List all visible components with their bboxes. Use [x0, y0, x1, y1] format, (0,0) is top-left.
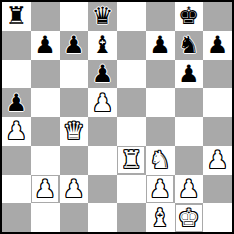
square-c5[interactable] — [60, 88, 89, 117]
square-g3[interactable] — [175, 146, 204, 175]
square-d3[interactable] — [88, 146, 117, 175]
black-pawn: ♟ — [205, 32, 231, 58]
black-rook: ♜ — [3, 3, 29, 29]
square-b2[interactable]: ♟ — [31, 175, 60, 204]
white-knight: ♞ — [147, 147, 173, 173]
square-c6[interactable] — [60, 60, 89, 89]
chess-board: ♜♛♚♟♟♝♟♞♟♟♟♟♟♟♛♜♞♟♟♟♟♟♝♚ — [2, 2, 232, 232]
square-c2[interactable]: ♟ — [60, 175, 89, 204]
white-rook: ♜ — [118, 147, 144, 173]
square-c3[interactable] — [60, 146, 89, 175]
square-f1[interactable]: ♝ — [146, 203, 175, 232]
black-pawn: ♟ — [3, 90, 29, 116]
white-pawn: ♟ — [90, 90, 116, 116]
white-pawn: ♟ — [61, 176, 87, 202]
square-e8[interactable] — [117, 2, 146, 31]
black-pawn: ♟ — [61, 32, 87, 58]
square-e4[interactable] — [117, 117, 146, 146]
white-pawn: ♟ — [176, 176, 202, 202]
square-e7[interactable] — [117, 31, 146, 60]
black-pawn: ♟ — [147, 32, 173, 58]
white-pawn: ♟ — [147, 176, 173, 202]
square-f6[interactable] — [146, 60, 175, 89]
square-e3[interactable]: ♜ — [117, 146, 146, 175]
black-knight: ♞ — [176, 32, 202, 58]
square-b8[interactable] — [31, 2, 60, 31]
square-a8[interactable]: ♜ — [2, 2, 31, 31]
square-g8[interactable]: ♚ — [175, 2, 204, 31]
square-d1[interactable] — [88, 203, 117, 232]
square-d5[interactable]: ♟ — [88, 88, 117, 117]
square-f4[interactable] — [146, 117, 175, 146]
white-king: ♚ — [176, 205, 202, 231]
square-h4[interactable] — [203, 117, 232, 146]
square-e5[interactable] — [117, 88, 146, 117]
square-a6[interactable] — [2, 60, 31, 89]
white-pawn: ♟ — [32, 176, 58, 202]
square-b5[interactable] — [31, 88, 60, 117]
square-e1[interactable] — [117, 203, 146, 232]
square-f3[interactable]: ♞ — [146, 146, 175, 175]
square-f8[interactable] — [146, 2, 175, 31]
square-h6[interactable] — [203, 60, 232, 89]
square-h5[interactable] — [203, 88, 232, 117]
square-g7[interactable]: ♞ — [175, 31, 204, 60]
white-pawn: ♟ — [3, 118, 29, 144]
square-e6[interactable] — [117, 60, 146, 89]
square-d4[interactable] — [88, 117, 117, 146]
black-pawn: ♟ — [32, 32, 58, 58]
square-d8[interactable]: ♛ — [88, 2, 117, 31]
square-h2[interactable] — [203, 175, 232, 204]
square-a2[interactable] — [2, 175, 31, 204]
white-pawn: ♟ — [205, 147, 231, 173]
square-b4[interactable] — [31, 117, 60, 146]
square-g1[interactable]: ♚ — [175, 203, 204, 232]
square-c4[interactable]: ♛ — [60, 117, 89, 146]
square-c1[interactable] — [60, 203, 89, 232]
board-frame: ♜♛♚♟♟♝♟♞♟♟♟♟♟♟♛♜♞♟♟♟♟♟♝♚ — [0, 0, 234, 234]
black-pawn: ♟ — [90, 61, 116, 87]
square-g2[interactable]: ♟ — [175, 175, 204, 204]
square-g5[interactable] — [175, 88, 204, 117]
square-d6[interactable]: ♟ — [88, 60, 117, 89]
white-queen: ♛ — [61, 118, 87, 144]
square-g6[interactable]: ♟ — [175, 60, 204, 89]
square-b1[interactable] — [31, 203, 60, 232]
square-c8[interactable] — [60, 2, 89, 31]
square-d7[interactable]: ♝ — [88, 31, 117, 60]
black-pawn: ♟ — [176, 61, 202, 87]
square-a7[interactable] — [2, 31, 31, 60]
black-queen: ♛ — [90, 3, 116, 29]
black-bishop: ♝ — [90, 32, 116, 58]
square-c7[interactable]: ♟ — [60, 31, 89, 60]
square-h3[interactable]: ♟ — [203, 146, 232, 175]
square-b7[interactable]: ♟ — [31, 31, 60, 60]
square-f5[interactable] — [146, 88, 175, 117]
square-f7[interactable]: ♟ — [146, 31, 175, 60]
square-a1[interactable] — [2, 203, 31, 232]
square-h1[interactable] — [203, 203, 232, 232]
square-a3[interactable] — [2, 146, 31, 175]
square-g4[interactable] — [175, 117, 204, 146]
square-a5[interactable]: ♟ — [2, 88, 31, 117]
square-h8[interactable] — [203, 2, 232, 31]
square-e2[interactable] — [117, 175, 146, 204]
square-h7[interactable]: ♟ — [203, 31, 232, 60]
square-f2[interactable]: ♟ — [146, 175, 175, 204]
square-d2[interactable] — [88, 175, 117, 204]
white-bishop: ♝ — [147, 205, 173, 231]
square-b3[interactable] — [31, 146, 60, 175]
square-b6[interactable] — [31, 60, 60, 89]
black-king: ♚ — [176, 3, 202, 29]
square-a4[interactable]: ♟ — [2, 117, 31, 146]
